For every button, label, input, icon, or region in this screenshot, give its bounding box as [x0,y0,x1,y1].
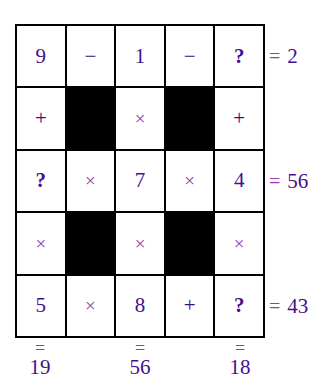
unknown-glyph: ? [234,295,245,316]
cell-r3c4: × [166,151,214,211]
unknown-glyph: ? [36,170,47,191]
row-result-value: 56 [287,169,308,194]
col-result-value: 56 [112,356,168,379]
puzzle-board: 9−1−?+×+?×7×4×××5×8+? [15,24,265,338]
row-result-5: = 43 [269,294,308,318]
col-result-3: = 56 [112,341,168,379]
operator-glyph: + [233,108,245,129]
cell-r2c1: + [17,88,65,148]
block-cell-r4c4 [166,213,214,273]
cell-r1c1: 9 [17,26,65,86]
col-result-1: = 19 [12,341,68,379]
cell-r3c2: × [67,151,115,211]
equals-sign: = [269,45,280,68]
cell-r1c3: 1 [116,26,164,86]
digit-glyph: 7 [135,170,146,191]
cell-r3c3: 7 [116,151,164,211]
row-result-value: 43 [287,294,308,319]
cell-r3c5: 4 [215,151,263,211]
cell-r1c4: − [166,26,214,86]
cell-r2c3: × [116,88,164,148]
operator-glyph: − [84,46,96,67]
cell-r1c2: − [67,26,115,86]
multiply-glyph: × [234,234,245,253]
cell-r5c5: ? [215,276,263,336]
puzzle-page: 9−1−?+×+?×7×4×××5×8+? = 2 = 56 = 43 = 19… [0,0,316,385]
cell-r5c3: 8 [116,276,164,336]
cell-r4c3: × [116,213,164,273]
equals-sign: = [269,170,280,193]
col-result-5: = 18 [212,341,268,379]
equals-sign: = [112,341,168,356]
block-cell-r2c4 [166,88,214,148]
multiply-glyph: × [85,171,96,190]
cell-r5c4: + [166,276,214,336]
row-result-1: = 2 [269,44,298,68]
multiply-glyph: × [135,234,146,253]
multiply-glyph: × [85,296,96,315]
equals-sign: = [212,341,268,356]
cell-r5c2: × [67,276,115,336]
row-result-value: 2 [287,44,298,69]
digit-glyph: 5 [36,295,47,316]
col-result-value: 18 [212,356,268,379]
block-cell-r2c2 [67,88,115,148]
multiply-glyph: × [184,171,195,190]
cell-r3c1: ? [17,151,65,211]
digit-glyph: 1 [135,46,146,67]
digit-glyph: 8 [135,295,146,316]
equals-sign: = [269,295,280,318]
cell-r1c5: ? [215,26,263,86]
cell-r4c1: × [17,213,65,273]
cell-r4c5: × [215,213,263,273]
equals-sign: = [12,341,68,356]
multiply-glyph: × [135,109,146,128]
block-cell-r4c2 [67,213,115,273]
unknown-glyph: ? [234,46,245,67]
operator-glyph: − [184,46,196,67]
cell-r2c5: + [215,88,263,148]
multiply-glyph: × [35,234,46,253]
row-result-3: = 56 [269,169,308,193]
operator-glyph: + [35,108,47,129]
operator-glyph: + [184,295,196,316]
col-result-value: 19 [12,356,68,379]
cell-r5c1: 5 [17,276,65,336]
digit-glyph: 4 [234,170,245,191]
digit-glyph: 9 [36,46,47,67]
